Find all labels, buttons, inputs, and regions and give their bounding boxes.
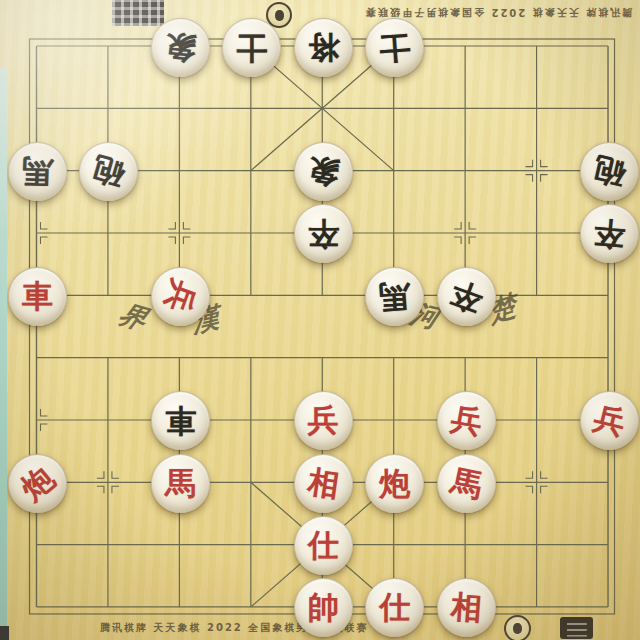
- piece-character: 兵: [448, 403, 484, 439]
- piece-character: 象: [305, 154, 341, 190]
- piece-character: 砲: [590, 153, 627, 190]
- piece-red-general[interactable]: 帥: [294, 578, 353, 637]
- broadcaster-logo-icon: [560, 617, 593, 639]
- piece-black-advisor[interactable]: 士: [365, 18, 424, 77]
- piece-black-soldier[interactable]: 卒: [437, 267, 496, 326]
- piece-red-horse[interactable]: 馬: [437, 454, 496, 513]
- piece-character: 炮: [16, 461, 60, 505]
- piece-character: 士: [378, 30, 411, 63]
- piece-character: 相: [306, 466, 341, 501]
- piece-character: 車: [165, 405, 196, 436]
- piece-red-soldier[interactable]: 兵: [437, 391, 496, 450]
- piece-red-elephant[interactable]: 相: [294, 454, 353, 513]
- piece-character: 馬: [21, 156, 53, 188]
- top-branding-text: 腾讯棋牌 天天象棋 2022 全国象棋男子甲级联赛: [364, 5, 632, 19]
- piece-black-advisor[interactable]: 士: [222, 18, 281, 77]
- piece-character: 卒: [592, 217, 626, 251]
- piece-red-soldier[interactable]: 兵: [294, 391, 353, 450]
- piece-character: 卒: [308, 218, 339, 249]
- piece-red-cannon[interactable]: 炮: [365, 454, 424, 513]
- piece-character: 馬: [448, 465, 485, 502]
- piece-red-cannon[interactable]: 炮: [8, 454, 67, 513]
- piece-character: 仕: [308, 530, 339, 561]
- emblem-core: [513, 623, 522, 634]
- piece-character: 相: [450, 591, 483, 624]
- piece-character: 馬: [165, 468, 196, 499]
- piece-black-cannon[interactable]: 砲: [580, 142, 639, 201]
- piece-character: 兵: [308, 405, 339, 436]
- piece-black-horse[interactable]: 馬: [365, 267, 424, 326]
- piece-character: 象: [163, 30, 197, 64]
- piece-red-soldier[interactable]: 兵: [580, 391, 639, 450]
- piece-red-advisor[interactable]: 仕: [294, 516, 353, 575]
- piece-black-elephant[interactable]: 象: [294, 142, 353, 201]
- xiangqi-board-photo: 腾讯棋牌 天天象棋 2022 全国象棋男子甲级联赛 界漢河楚 象士将士馬砲象砲卒…: [0, 0, 640, 640]
- piece-red-elephant[interactable]: 相: [437, 578, 496, 637]
- emblem-core: [275, 10, 284, 21]
- piece-character: 兵: [590, 402, 628, 440]
- piece-black-horse[interactable]: 馬: [8, 142, 67, 201]
- piece-character: 士: [236, 32, 267, 63]
- piece-black-soldier[interactable]: 卒: [580, 204, 639, 263]
- piece-black-general[interactable]: 将: [294, 18, 353, 77]
- piece-black-elephant[interactable]: 象: [151, 18, 210, 77]
- piece-black-chariot[interactable]: 車: [151, 391, 210, 450]
- piece-character: 馬: [378, 280, 411, 313]
- piece-black-soldier[interactable]: 卒: [294, 204, 353, 263]
- piece-red-chariot[interactable]: 車: [8, 267, 67, 326]
- piece-character: 砲: [90, 152, 128, 190]
- corner-logo-fragment: [0, 626, 9, 640]
- piece-character: 炮: [379, 468, 410, 499]
- league-emblem-icon: [504, 615, 531, 640]
- piece-character: 仕: [379, 592, 410, 623]
- piece-character: 将: [308, 32, 339, 63]
- piece-character: 帥: [308, 592, 339, 623]
- piece-character: 車: [22, 281, 53, 312]
- piece-red-horse[interactable]: 馬: [151, 454, 210, 513]
- piece-red-soldier[interactable]: 兵: [151, 267, 210, 326]
- piece-character: 兵: [161, 276, 201, 316]
- piece-character: 卒: [446, 276, 486, 316]
- table-edge: [0, 68, 7, 640]
- qr-code-icon: [112, 0, 164, 26]
